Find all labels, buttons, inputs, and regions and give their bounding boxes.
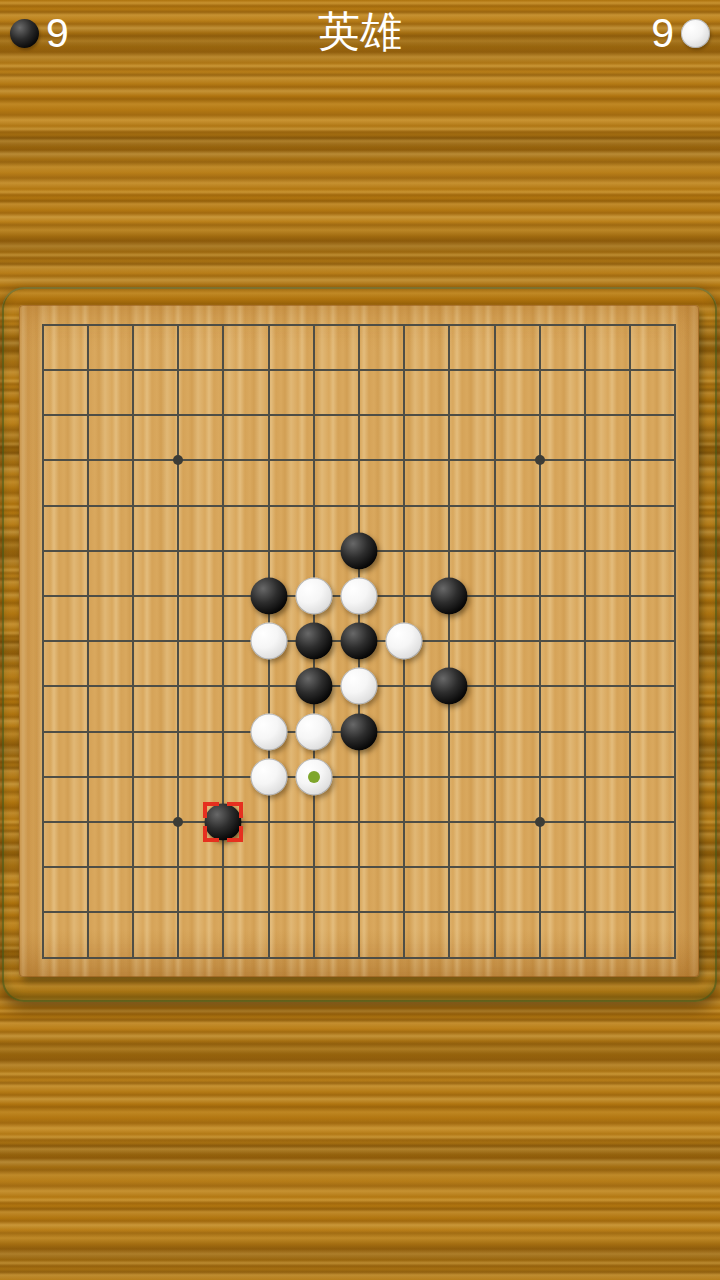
stone-black <box>295 668 332 705</box>
stone-white <box>295 577 332 614</box>
grid-line <box>42 911 677 913</box>
stone-white <box>250 713 287 750</box>
star-point <box>173 817 183 827</box>
grid-line <box>42 957 677 959</box>
stone-black <box>340 713 377 750</box>
stone-white <box>340 668 377 705</box>
last-move-target <box>203 802 243 842</box>
grid-line <box>42 821 677 823</box>
grid-line <box>42 776 677 778</box>
grid-line <box>42 866 677 868</box>
white-stone-icon <box>681 19 710 48</box>
grid-line <box>674 324 676 959</box>
star-point <box>173 455 183 465</box>
target-corner <box>227 826 243 842</box>
grid-line <box>584 324 586 959</box>
stone-white <box>250 623 287 660</box>
grid-line <box>494 324 496 959</box>
grid-line <box>629 324 631 959</box>
stone-black <box>340 532 377 569</box>
last-move-dot <box>308 771 320 783</box>
game-title: 英雄 <box>0 0 720 66</box>
header: 9 英雄 9 <box>0 0 720 66</box>
board-wood <box>19 305 699 977</box>
stone-black <box>295 623 332 660</box>
target-corner <box>203 826 219 842</box>
board-grid[interactable] <box>43 325 676 958</box>
stone-black <box>250 577 287 614</box>
stone-white <box>295 713 332 750</box>
stone-white <box>386 623 423 660</box>
star-point <box>535 455 545 465</box>
stone-black <box>340 623 377 660</box>
stone-white <box>340 577 377 614</box>
star-point <box>535 817 545 827</box>
target-corner <box>203 802 219 818</box>
stone-black <box>431 668 468 705</box>
stone-white <box>250 758 287 795</box>
grid-line <box>539 324 541 959</box>
white-player-counter: 9 <box>651 0 710 66</box>
app-background: { "game": "Gomoku (Five in a Row) on a 1… <box>0 0 720 1280</box>
target-corner <box>227 802 243 818</box>
white-stone-count: 9 <box>651 0 674 66</box>
stone-black <box>431 577 468 614</box>
grid-line <box>448 324 450 959</box>
board-panel <box>2 287 717 1002</box>
